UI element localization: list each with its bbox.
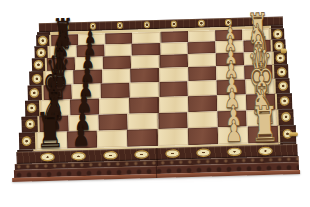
brass-medallion-icon (274, 30, 281, 37)
brass-medallion-icon (23, 137, 30, 144)
square-r3c1 (74, 70, 103, 85)
square-r5c6 (217, 95, 247, 111)
square-r1c4 (160, 42, 188, 55)
square-r5c2 (99, 98, 129, 114)
brass-oval-plaque-icon (73, 153, 85, 160)
square-r3c0 (45, 71, 74, 86)
frame-cell-left (32, 58, 48, 72)
chess-set-photo: ♜♞♝♛♚♝♞♜♟♟♟♟♟♟♟♟♟♟♟♟♟♟♟♟♜♞♝♛♚♝♞♜ (0, 0, 310, 207)
square-r0c2 (105, 32, 133, 44)
brass-medallion-icon (29, 105, 36, 112)
frame-cell-right (276, 109, 294, 126)
frame-cell-right (273, 65, 289, 79)
square-r7c0 (37, 131, 67, 149)
square-r5c3 (128, 97, 159, 113)
frame-cell-right (274, 79, 291, 94)
square-r1c5 (188, 41, 216, 54)
square-r5c4 (159, 96, 189, 112)
frame-cell-left (27, 85, 44, 100)
square-r2c6 (216, 53, 244, 67)
square-r0c3 (132, 31, 161, 43)
frame-cell-right (271, 52, 287, 66)
brass-medallion-icon (35, 62, 42, 69)
brass-medallion-icon (91, 24, 96, 29)
square-r2c4 (160, 54, 188, 68)
square-r3c5 (188, 67, 217, 82)
square-r5c7 (246, 94, 276, 110)
square-r7c5 (188, 127, 218, 145)
brass-oval-plaque-icon (229, 149, 241, 156)
square-r0c0 (51, 34, 79, 46)
square-r2c2 (103, 56, 131, 70)
square-r1c1 (77, 44, 105, 57)
brass-medallion-icon (31, 89, 38, 96)
brass-medallion-icon (26, 121, 33, 128)
brass-oval-plaque-icon (104, 152, 116, 159)
square-r7c6 (218, 126, 248, 144)
brass-medallion-icon (145, 22, 150, 27)
square-r3c4 (159, 68, 188, 83)
square-r4c0 (43, 85, 72, 100)
frame-cell-left (19, 132, 37, 150)
square-r4c4 (159, 81, 188, 96)
square-r5c0 (41, 99, 71, 115)
brass-latch (281, 48, 287, 53)
square-r2c0 (47, 58, 75, 72)
square-r2c5 (188, 54, 216, 68)
square-r7c1 (67, 130, 97, 148)
square-r3c6 (216, 66, 245, 81)
square-r7c2 (97, 130, 127, 148)
brass-medallion-icon (281, 98, 288, 105)
square-r6c6 (217, 110, 247, 127)
square-r2c1 (75, 57, 103, 71)
square-r1c7 (243, 40, 271, 53)
square-r5c5 (188, 95, 218, 111)
square-r0c7 (242, 28, 270, 40)
frame-cell-left (22, 116, 40, 133)
frame-cell-right (269, 28, 284, 40)
square-r6c7 (247, 109, 277, 126)
square-r1c2 (104, 44, 132, 57)
square-r7c7 (248, 125, 278, 143)
square-r4c6 (216, 80, 245, 95)
square-r0c6 (215, 29, 243, 41)
square-r6c1 (69, 114, 99, 131)
square-r6c0 (39, 115, 69, 132)
square-r1c3 (132, 43, 161, 56)
square-r0c1 (78, 33, 106, 45)
brass-oval-plaque-icon (260, 148, 272, 155)
square-r3c7 (244, 65, 273, 80)
square-r4c5 (188, 81, 217, 96)
square-r6c4 (158, 112, 188, 129)
brass-latch (289, 132, 298, 136)
square-r4c3 (129, 82, 159, 98)
square-r6c2 (98, 113, 128, 130)
brass-oval-plaque-icon (135, 151, 147, 158)
brass-medallion-icon (282, 113, 289, 120)
square-r4c1 (72, 84, 101, 99)
brass-oval-plaque-icon (166, 150, 178, 157)
brass-medallion-icon (33, 75, 40, 82)
brass-oval-plaque-icon (197, 149, 209, 156)
square-r0c5 (188, 30, 216, 42)
frame-cell-left (25, 100, 42, 116)
frame-cell-left (34, 46, 49, 59)
brass-medallion-icon (64, 25, 69, 30)
brass-medallion-icon (253, 19, 258, 24)
square-r6c5 (188, 111, 218, 128)
square-r7c4 (158, 128, 188, 146)
frame-cell-left (36, 34, 51, 46)
square-r1c6 (215, 41, 243, 54)
square-r4c7 (245, 79, 274, 94)
brass-medallion-icon (39, 37, 46, 44)
brass-medallion-icon (278, 68, 285, 75)
square-r6c3 (128, 112, 159, 129)
square-r2c7 (244, 52, 272, 66)
square-r1c0 (49, 45, 77, 58)
brass-medallion-icon (226, 20, 231, 25)
brass-medallion-icon (199, 21, 204, 26)
square-r2c3 (131, 55, 160, 69)
brass-oval-plaque-icon (42, 154, 54, 161)
brass-medallion-icon (118, 23, 123, 28)
frame-cell-right (275, 93, 292, 109)
chess-board: ♜♞♝♛♚♝♞♜♟♟♟♟♟♟♟♟♟♟♟♟♟♟♟♟♜♞♝♛♚♝♞♜ (0, 0, 310, 207)
brass-medallion-icon (279, 83, 286, 90)
square-r3c3 (130, 68, 160, 83)
square-r7c3 (127, 129, 158, 147)
square-r4c2 (101, 83, 130, 98)
brass-medallion-icon (37, 49, 44, 56)
square-r5c1 (70, 99, 100, 115)
frame-cell-left (30, 71, 46, 85)
brass-medallion-icon (172, 22, 177, 27)
square-r0c4 (161, 31, 189, 43)
square-r3c2 (102, 69, 131, 84)
brass-medallion-icon (277, 55, 284, 62)
